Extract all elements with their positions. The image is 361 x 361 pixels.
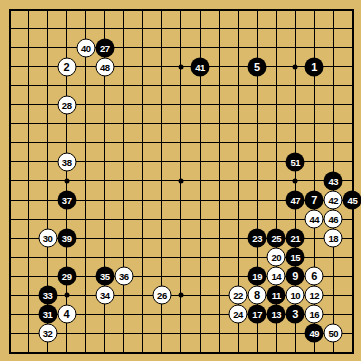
stone-white-8[interactable]: 8 (248, 286, 267, 305)
stone-white-34[interactable]: 34 (95, 286, 114, 305)
stone-black-25[interactable]: 25 (267, 229, 286, 248)
stone-white-50[interactable]: 50 (324, 324, 343, 343)
star-point (178, 178, 183, 183)
stone-black-45[interactable]: 45 (343, 191, 361, 210)
stone-black-23[interactable]: 23 (248, 229, 267, 248)
stone-black-17[interactable]: 17 (248, 305, 267, 324)
stone-black-37[interactable]: 37 (57, 191, 76, 210)
stone-white-16[interactable]: 16 (305, 305, 324, 324)
stone-black-3[interactable]: 3 (286, 305, 305, 324)
grid-line-vertical (219, 10, 220, 353)
stone-white-24[interactable]: 24 (229, 305, 248, 324)
stone-black-7[interactable]: 7 (305, 191, 324, 210)
stone-white-30[interactable]: 30 (38, 229, 57, 248)
stone-black-43[interactable]: 43 (324, 171, 343, 190)
stone-white-40[interactable]: 40 (76, 38, 95, 57)
stone-black-27[interactable]: 27 (95, 38, 114, 57)
star-point (293, 64, 298, 69)
stone-black-47[interactable]: 47 (286, 191, 305, 210)
stone-white-46[interactable]: 46 (324, 210, 343, 229)
stone-white-32[interactable]: 32 (38, 324, 57, 343)
stone-black-39[interactable]: 39 (57, 229, 76, 248)
stone-white-28[interactable]: 28 (57, 95, 76, 114)
stone-black-15[interactable]: 15 (286, 248, 305, 267)
grid-line-horizontal (10, 333, 353, 334)
stone-white-36[interactable]: 36 (114, 267, 133, 286)
stone-white-14[interactable]: 14 (267, 267, 286, 286)
stone-white-42[interactable]: 42 (324, 191, 343, 210)
stone-black-35[interactable]: 35 (95, 267, 114, 286)
stone-black-13[interactable]: 13 (267, 305, 286, 324)
stone-white-22[interactable]: 22 (229, 286, 248, 305)
star-point (64, 178, 69, 183)
star-point (293, 178, 298, 183)
stone-black-9[interactable]: 9 (286, 267, 305, 286)
stone-white-26[interactable]: 26 (152, 286, 171, 305)
stone-black-29[interactable]: 29 (57, 267, 76, 286)
stone-black-19[interactable]: 19 (248, 267, 267, 286)
star-point (178, 64, 183, 69)
stone-white-6[interactable]: 6 (305, 267, 324, 286)
stone-black-33[interactable]: 33 (38, 286, 57, 305)
go-board[interactable]: 1234567891011121314151617181920212223242… (0, 0, 361, 361)
stone-white-18[interactable]: 18 (324, 229, 343, 248)
stone-black-11[interactable]: 11 (267, 286, 286, 305)
stone-black-1[interactable]: 1 (305, 57, 324, 76)
stone-black-41[interactable]: 41 (191, 57, 210, 76)
stone-white-44[interactable]: 44 (305, 210, 324, 229)
stone-black-5[interactable]: 5 (248, 57, 267, 76)
grid-line-horizontal (10, 219, 353, 220)
stone-white-20[interactable]: 20 (267, 248, 286, 267)
stone-white-2[interactable]: 2 (57, 57, 76, 76)
star-point (178, 293, 183, 298)
stone-black-51[interactable]: 51 (286, 152, 305, 171)
stone-white-10[interactable]: 10 (286, 286, 305, 305)
stone-black-49[interactable]: 49 (305, 324, 324, 343)
stone-white-48[interactable]: 48 (95, 57, 114, 76)
stone-white-12[interactable]: 12 (305, 286, 324, 305)
stone-black-31[interactable]: 31 (38, 305, 57, 324)
stone-white-38[interactable]: 38 (57, 152, 76, 171)
stone-white-4[interactable]: 4 (57, 305, 76, 324)
stone-black-21[interactable]: 21 (286, 229, 305, 248)
star-point (64, 293, 69, 298)
